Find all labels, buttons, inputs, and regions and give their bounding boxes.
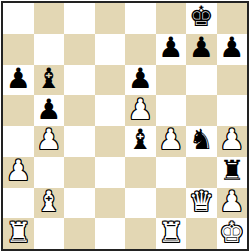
square-g5[interactable] bbox=[186, 95, 217, 126]
square-f8[interactable] bbox=[156, 3, 187, 34]
square-h7[interactable]: ♟ bbox=[217, 34, 248, 65]
square-b5[interactable]: ♟ bbox=[34, 95, 65, 126]
square-f7[interactable]: ♟ bbox=[156, 34, 187, 65]
square-a7[interactable] bbox=[3, 34, 34, 65]
square-e8[interactable] bbox=[125, 3, 156, 34]
square-b4[interactable]: ♟ bbox=[34, 126, 65, 157]
square-a8[interactable] bbox=[3, 3, 34, 34]
piece-white-pawn[interactable]: ♟ bbox=[128, 96, 153, 124]
piece-white-queen[interactable]: ♛ bbox=[189, 188, 214, 216]
square-b8[interactable] bbox=[34, 3, 65, 34]
square-f4[interactable]: ♟ bbox=[156, 126, 187, 157]
square-g4[interactable]: ♞ bbox=[186, 126, 217, 157]
piece-black-bishop[interactable]: ♝ bbox=[128, 126, 153, 154]
piece-white-pawn[interactable]: ♟ bbox=[158, 126, 183, 154]
square-d1[interactable] bbox=[95, 218, 126, 249]
square-g7[interactable]: ♟ bbox=[186, 34, 217, 65]
square-h1[interactable]: ♚ bbox=[217, 218, 248, 249]
square-a5[interactable] bbox=[3, 95, 34, 126]
square-h3[interactable]: ♜ bbox=[217, 157, 248, 188]
piece-white-bishop[interactable]: ♝ bbox=[36, 188, 61, 216]
square-h2[interactable]: ♟ bbox=[217, 188, 248, 219]
piece-black-pawn[interactable]: ♟ bbox=[158, 34, 183, 62]
piece-white-pawn[interactable]: ♟ bbox=[36, 126, 61, 154]
square-d4[interactable] bbox=[95, 126, 126, 157]
chess-board: ♚♟♟♟♟♝♟♟♟♟♝♟♞♟♟♜♝♛♟♜♜♚ bbox=[3, 3, 247, 249]
square-e6[interactable]: ♟ bbox=[125, 65, 156, 96]
square-a3[interactable]: ♟ bbox=[3, 157, 34, 188]
square-a6[interactable]: ♟ bbox=[3, 65, 34, 96]
square-d3[interactable] bbox=[95, 157, 126, 188]
piece-black-pawn[interactable]: ♟ bbox=[6, 65, 31, 93]
piece-black-king[interactable]: ♚ bbox=[189, 3, 214, 31]
piece-black-rook[interactable]: ♜ bbox=[219, 157, 244, 185]
square-f2[interactable] bbox=[156, 188, 187, 219]
square-h8[interactable] bbox=[217, 3, 248, 34]
square-c3[interactable] bbox=[64, 157, 95, 188]
square-b1[interactable] bbox=[34, 218, 65, 249]
square-c4[interactable] bbox=[64, 126, 95, 157]
piece-white-pawn[interactable]: ♟ bbox=[219, 126, 244, 154]
square-b6[interactable]: ♝ bbox=[34, 65, 65, 96]
square-f5[interactable] bbox=[156, 95, 187, 126]
square-a4[interactable] bbox=[3, 126, 34, 157]
square-d6[interactable] bbox=[95, 65, 126, 96]
square-b3[interactable] bbox=[34, 157, 65, 188]
square-d7[interactable] bbox=[95, 34, 126, 65]
square-e3[interactable] bbox=[125, 157, 156, 188]
piece-white-pawn[interactable]: ♟ bbox=[6, 157, 31, 185]
square-e5[interactable]: ♟ bbox=[125, 95, 156, 126]
square-b2[interactable]: ♝ bbox=[34, 188, 65, 219]
piece-white-king[interactable]: ♚ bbox=[219, 219, 244, 247]
square-g6[interactable] bbox=[186, 65, 217, 96]
piece-black-pawn[interactable]: ♟ bbox=[189, 34, 214, 62]
square-g8[interactable]: ♚ bbox=[186, 3, 217, 34]
square-e1[interactable] bbox=[125, 218, 156, 249]
piece-black-pawn[interactable]: ♟ bbox=[219, 34, 244, 62]
square-g2[interactable]: ♛ bbox=[186, 188, 217, 219]
chess-board-frame: ♚♟♟♟♟♝♟♟♟♟♝♟♞♟♟♜♝♛♟♜♜♚ bbox=[1, 1, 249, 251]
square-e4[interactable]: ♝ bbox=[125, 126, 156, 157]
square-c7[interactable] bbox=[64, 34, 95, 65]
square-f1[interactable]: ♜ bbox=[156, 218, 187, 249]
square-e2[interactable] bbox=[125, 188, 156, 219]
square-c6[interactable] bbox=[64, 65, 95, 96]
piece-black-pawn[interactable]: ♟ bbox=[128, 65, 153, 93]
square-h5[interactable] bbox=[217, 95, 248, 126]
square-g1[interactable] bbox=[186, 218, 217, 249]
square-d8[interactable] bbox=[95, 3, 126, 34]
square-e7[interactable] bbox=[125, 34, 156, 65]
square-h6[interactable] bbox=[217, 65, 248, 96]
square-h4[interactable]: ♟ bbox=[217, 126, 248, 157]
square-c5[interactable] bbox=[64, 95, 95, 126]
piece-white-rook[interactable]: ♜ bbox=[6, 219, 31, 247]
piece-black-bishop[interactable]: ♝ bbox=[36, 65, 61, 93]
square-c8[interactable] bbox=[64, 3, 95, 34]
square-a1[interactable]: ♜ bbox=[3, 218, 34, 249]
square-g3[interactable] bbox=[186, 157, 217, 188]
square-a2[interactable] bbox=[3, 188, 34, 219]
square-d5[interactable] bbox=[95, 95, 126, 126]
piece-black-knight[interactable]: ♞ bbox=[189, 126, 214, 154]
piece-white-pawn[interactable]: ♟ bbox=[219, 188, 244, 216]
square-f3[interactable] bbox=[156, 157, 187, 188]
square-c1[interactable] bbox=[64, 218, 95, 249]
square-f6[interactable] bbox=[156, 65, 187, 96]
piece-white-rook[interactable]: ♜ bbox=[158, 219, 183, 247]
square-b7[interactable] bbox=[34, 34, 65, 65]
square-d2[interactable] bbox=[95, 188, 126, 219]
piece-black-pawn[interactable]: ♟ bbox=[36, 96, 61, 124]
square-c2[interactable] bbox=[64, 188, 95, 219]
